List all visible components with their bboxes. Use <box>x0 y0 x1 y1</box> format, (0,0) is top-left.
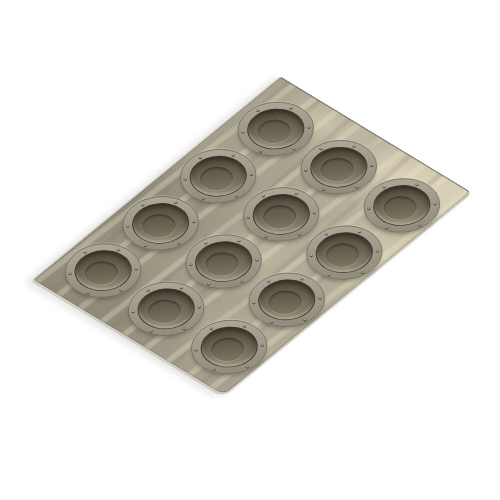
rivet-dot <box>192 220 197 223</box>
rivet-dot <box>176 242 181 245</box>
rivet-dot <box>242 325 247 328</box>
rivet-dot <box>307 126 312 129</box>
rivet-dot <box>297 233 302 236</box>
cup-bottom <box>314 153 361 186</box>
rivet-dot <box>182 178 187 181</box>
rivet-dot <box>289 107 294 110</box>
rivet-dot <box>249 173 254 176</box>
rivet-dot <box>318 297 323 300</box>
rivet-dot <box>415 183 420 186</box>
cup-bottom <box>193 162 240 195</box>
cup-cavity <box>304 224 385 281</box>
rivet-dot <box>116 248 121 251</box>
rivet-dot <box>258 150 263 153</box>
rivet-dot <box>327 273 332 276</box>
rivet-dot <box>303 318 308 321</box>
rivet-dot <box>125 225 130 228</box>
cup-bottom <box>251 115 298 148</box>
rivet-dot <box>149 330 154 333</box>
cup-cavity <box>120 195 201 252</box>
cup-grid <box>34 77 471 395</box>
rivet-dot <box>260 344 265 347</box>
rivet-dot <box>370 164 375 167</box>
cup-cavity <box>183 233 264 290</box>
rivet-dot <box>418 224 423 227</box>
cup-bottom <box>136 209 183 242</box>
rivet-dot <box>231 154 236 157</box>
muffin-pan <box>30 76 473 398</box>
rivet-dot <box>251 301 256 304</box>
product-photo-stage <box>0 0 500 500</box>
rivet-dot <box>134 267 139 270</box>
rivet-dot <box>375 249 380 252</box>
cup-cavity <box>63 242 144 299</box>
rivet-dot <box>355 186 360 189</box>
rivet-dot <box>143 244 148 247</box>
rivet-dot <box>384 226 389 229</box>
rivet-dot <box>206 282 211 285</box>
cup-cavity <box>178 148 259 205</box>
cup-bottom <box>204 333 251 366</box>
rivet-dot <box>179 286 184 289</box>
cup-cavity <box>361 177 442 234</box>
rivet-dot <box>86 291 91 294</box>
rivet-dot <box>119 289 124 292</box>
rivet-dot <box>352 145 357 148</box>
rivet-dot <box>366 207 371 210</box>
rivet-dot <box>173 201 178 204</box>
rivet-dot <box>239 280 244 283</box>
cup-bottom <box>319 238 366 271</box>
rivet-dot <box>182 327 187 330</box>
cup-cavity <box>298 139 379 196</box>
rivet-dot <box>255 258 260 261</box>
cup-bottom <box>262 286 309 319</box>
rivet-dot <box>246 216 251 219</box>
rivet-dot <box>67 272 72 275</box>
cup-cavity <box>246 271 327 328</box>
rivet-dot <box>303 169 308 172</box>
cup-cavity <box>189 318 270 375</box>
cup-cavity <box>126 280 207 337</box>
rivet-dot <box>433 202 438 205</box>
cup-bottom <box>377 191 424 224</box>
rivet-dot <box>212 368 217 371</box>
cup-cavity <box>241 186 322 243</box>
rivet-dot <box>312 211 317 214</box>
rivet-dot <box>237 239 242 242</box>
rivet-dot <box>201 197 206 200</box>
rivet-dot <box>357 230 362 233</box>
rivet-dot <box>309 254 314 257</box>
rivet-dot <box>269 321 274 324</box>
rivet-dot <box>292 147 297 150</box>
rivet-dot <box>130 310 135 313</box>
cup-cavity <box>235 100 316 157</box>
rivet-dot <box>264 235 269 238</box>
rivet-dot <box>300 277 305 280</box>
rivet-dot <box>321 188 326 191</box>
rivet-dot <box>245 365 250 368</box>
cup-bottom <box>78 256 125 289</box>
cup-bottom <box>199 247 246 280</box>
rivet-dot <box>360 271 365 274</box>
rivet-dot <box>240 130 245 133</box>
rivet-dot <box>234 195 239 198</box>
rivet-dot <box>294 192 299 195</box>
cup-bottom <box>141 294 188 327</box>
rivet-dot <box>188 263 193 266</box>
cup-bottom <box>256 200 303 233</box>
rivet-dot <box>197 306 202 309</box>
rivet-dot <box>193 349 198 352</box>
